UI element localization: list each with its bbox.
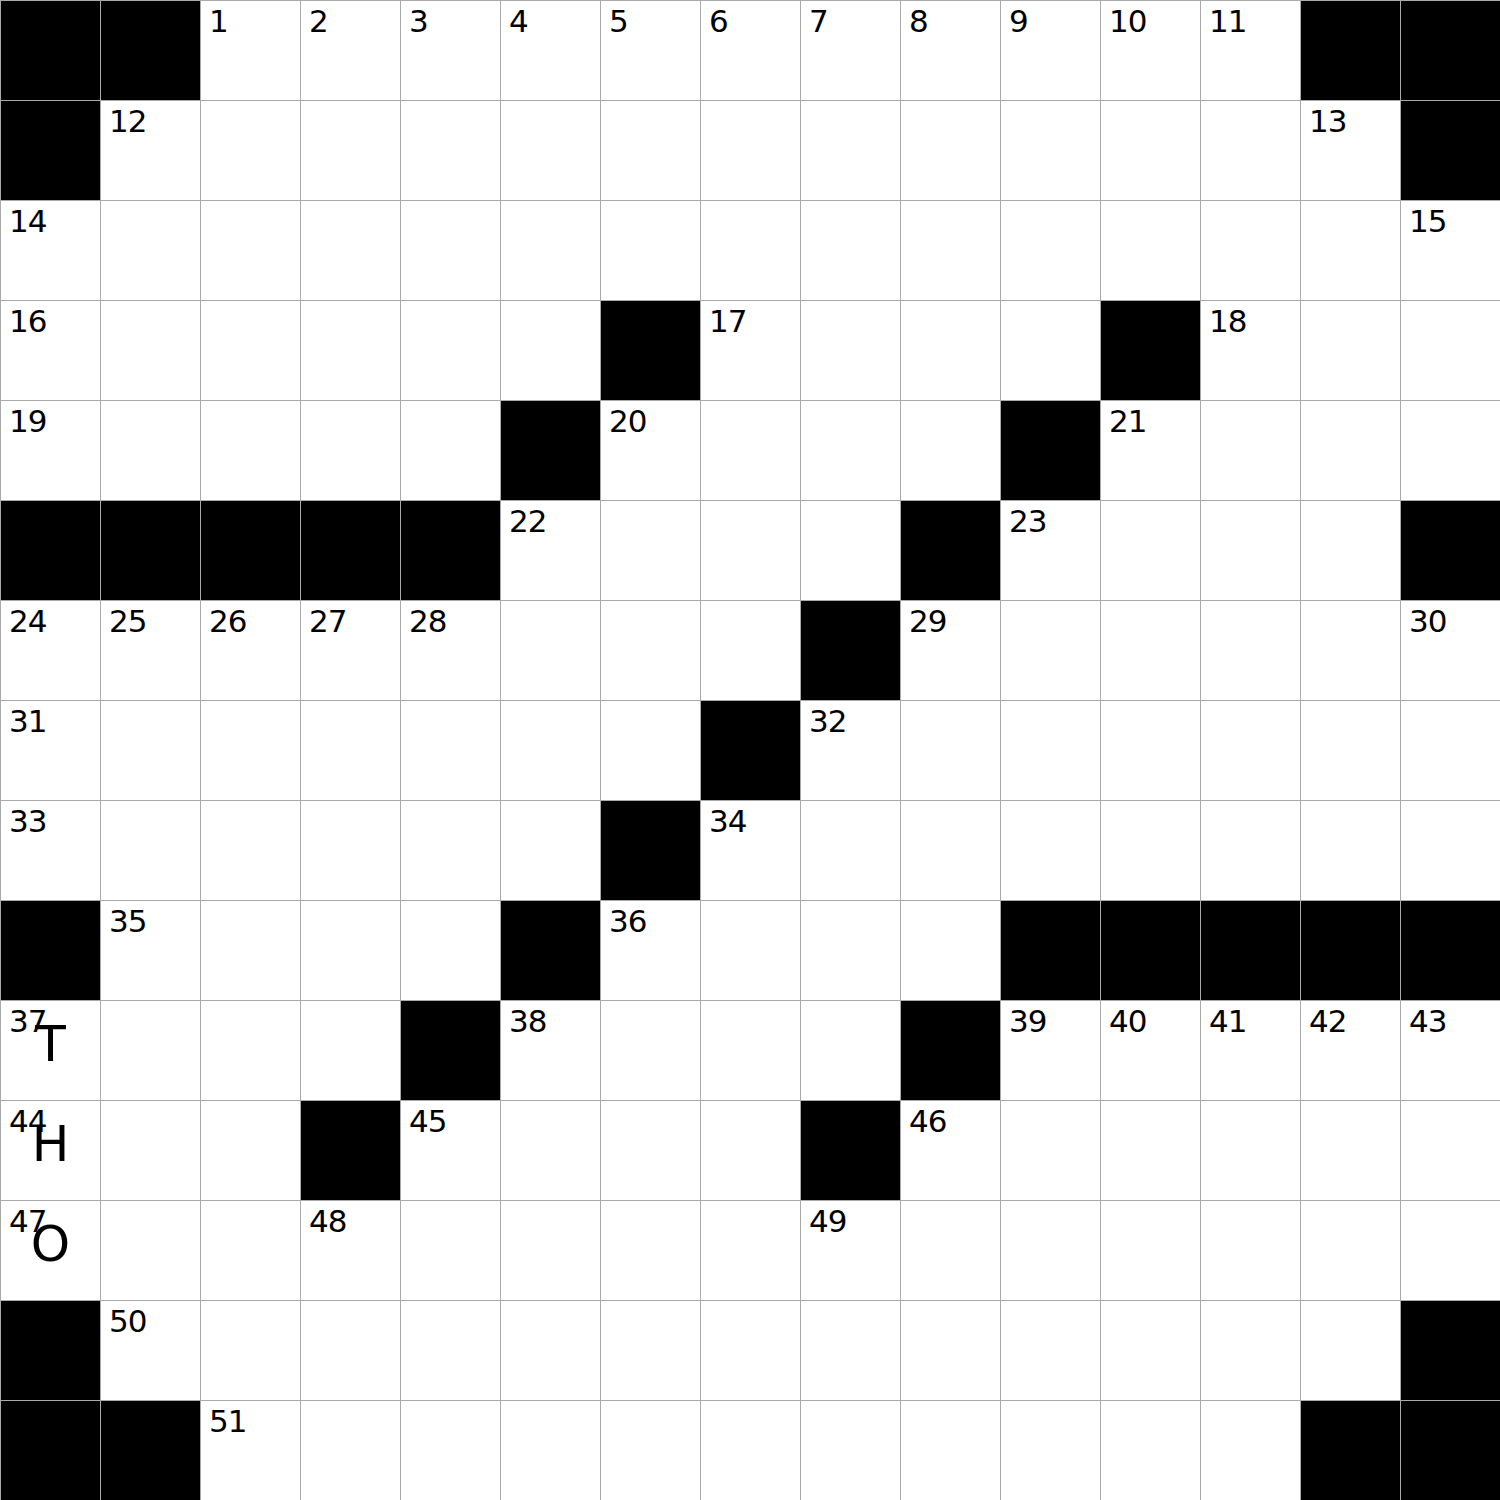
cell-r8c4[interactable] bbox=[301, 701, 401, 801]
cell-r7c15[interactable]: 30 bbox=[1401, 601, 1500, 701]
cell-r1c10[interactable]: 8 bbox=[901, 1, 1001, 101]
clue-number-28: 28 bbox=[409, 605, 446, 638]
black-cell-r6c10 bbox=[901, 501, 1001, 601]
cell-r1c4[interactable]: 2 bbox=[301, 1, 401, 101]
cell-r6c13[interactable] bbox=[1201, 501, 1301, 601]
cell-r15c5[interactable] bbox=[401, 1401, 501, 1500]
cell-r10c2[interactable]: 35 bbox=[101, 901, 201, 1001]
cell-r4c14[interactable] bbox=[1301, 301, 1401, 401]
cell-r8c14[interactable] bbox=[1301, 701, 1401, 801]
clue-number-35: 35 bbox=[109, 905, 146, 938]
cell-r8c10[interactable] bbox=[901, 701, 1001, 801]
black-cell-r8c8 bbox=[701, 701, 801, 801]
cell-r2c7[interactable] bbox=[601, 101, 701, 201]
black-cell-r10c15 bbox=[1401, 901, 1500, 1001]
cell-r2c13[interactable] bbox=[1201, 101, 1301, 201]
cell-r6c12[interactable] bbox=[1101, 501, 1201, 601]
cell-r10c9[interactable] bbox=[801, 901, 901, 1001]
cell-r13c3[interactable] bbox=[201, 1201, 301, 1301]
cell-r11c14[interactable]: 42 bbox=[1301, 1001, 1401, 1101]
cell-r2c14[interactable]: 13 bbox=[1301, 101, 1401, 201]
cell-r11c6[interactable]: 38 bbox=[501, 1001, 601, 1101]
cell-r1c11[interactable]: 9 bbox=[1001, 1, 1101, 101]
black-cell-r10c14 bbox=[1301, 901, 1401, 1001]
letter-r13c1: O bbox=[1, 1217, 100, 1272]
cell-r9c3[interactable] bbox=[201, 801, 301, 901]
cell-r8c12[interactable] bbox=[1101, 701, 1201, 801]
cell-r7c6[interactable] bbox=[501, 601, 601, 701]
cell-r6c9[interactable] bbox=[801, 501, 901, 601]
cell-r10c3[interactable] bbox=[201, 901, 301, 1001]
cell-r3c11[interactable] bbox=[1001, 201, 1101, 301]
clue-number-27: 27 bbox=[309, 605, 346, 638]
cell-r14c8[interactable] bbox=[701, 1301, 801, 1401]
cell-r7c2[interactable]: 25 bbox=[101, 601, 201, 701]
cell-r2c11[interactable] bbox=[1001, 101, 1101, 201]
letter-r12c1: H bbox=[1, 1117, 100, 1172]
cell-r5c15[interactable] bbox=[1401, 401, 1500, 501]
cell-r11c12[interactable]: 40 bbox=[1101, 1001, 1201, 1101]
cell-r9c8[interactable]: 34 bbox=[701, 801, 801, 901]
cell-r2c9[interactable] bbox=[801, 101, 901, 201]
cell-r11c7[interactable] bbox=[601, 1001, 701, 1101]
clue-number-22: 22 bbox=[509, 505, 546, 538]
clue-number-49: 49 bbox=[809, 1205, 846, 1238]
clue-number-26: 26 bbox=[209, 605, 246, 638]
cell-r13c12[interactable] bbox=[1101, 1201, 1201, 1301]
cell-r14c3[interactable] bbox=[201, 1301, 301, 1401]
cell-r2c8[interactable] bbox=[701, 101, 801, 201]
cell-r12c10[interactable]: 46 bbox=[901, 1101, 1001, 1201]
cell-r7c8[interactable] bbox=[701, 601, 801, 701]
clue-number-30: 30 bbox=[1409, 605, 1446, 638]
cell-r4c15[interactable] bbox=[1401, 301, 1500, 401]
cell-r4c11[interactable] bbox=[1001, 301, 1101, 401]
cell-r14c5[interactable] bbox=[401, 1301, 501, 1401]
black-cell-r6c15 bbox=[1401, 501, 1500, 601]
cell-r1c5[interactable]: 3 bbox=[401, 1, 501, 101]
black-cell-r4c12 bbox=[1101, 301, 1201, 401]
cell-r13c13[interactable] bbox=[1201, 1201, 1301, 1301]
cell-r9c15[interactable] bbox=[1401, 801, 1500, 901]
cell-r5c14[interactable] bbox=[1301, 401, 1401, 501]
clue-number-13: 13 bbox=[1309, 105, 1346, 138]
cell-r6c11[interactable]: 23 bbox=[1001, 501, 1101, 601]
cell-r7c11[interactable] bbox=[1001, 601, 1101, 701]
clue-number-3: 3 bbox=[409, 5, 428, 38]
cell-r5c12[interactable]: 21 bbox=[1101, 401, 1201, 501]
cell-r13c4[interactable]: 48 bbox=[301, 1201, 401, 1301]
clue-number-6: 6 bbox=[709, 5, 728, 38]
cell-r4c1[interactable]: 16 bbox=[1, 301, 101, 401]
cell-r10c7[interactable]: 36 bbox=[601, 901, 701, 1001]
cell-r12c13[interactable] bbox=[1201, 1101, 1301, 1201]
black-cell-r6c4 bbox=[301, 501, 401, 601]
cell-r3c10[interactable] bbox=[901, 201, 1001, 301]
cell-r13c11[interactable] bbox=[1001, 1201, 1101, 1301]
cell-r10c5[interactable] bbox=[401, 901, 501, 1001]
black-cell-r11c5 bbox=[401, 1001, 501, 1101]
cell-r10c4[interactable] bbox=[301, 901, 401, 1001]
cell-r1c7[interactable]: 5 bbox=[601, 1, 701, 101]
cell-r14c6[interactable] bbox=[501, 1301, 601, 1401]
clue-number-29: 29 bbox=[909, 605, 946, 638]
cell-r10c10[interactable] bbox=[901, 901, 1001, 1001]
black-cell-r12c9 bbox=[801, 1101, 901, 1201]
cell-r1c12[interactable]: 10 bbox=[1101, 1, 1201, 101]
cell-r5c9[interactable] bbox=[801, 401, 901, 501]
cell-r1c9[interactable]: 7 bbox=[801, 1, 901, 101]
cell-r1c6[interactable]: 4 bbox=[501, 1, 601, 101]
cell-r7c13[interactable] bbox=[1201, 601, 1301, 701]
cell-r12c7[interactable] bbox=[601, 1101, 701, 1201]
cell-r7c4[interactable]: 27 bbox=[301, 601, 401, 701]
cell-r15c6[interactable] bbox=[501, 1401, 601, 1500]
cell-r15c13[interactable] bbox=[1201, 1401, 1301, 1500]
clue-number-34: 34 bbox=[709, 805, 746, 838]
cell-r7c3[interactable]: 26 bbox=[201, 601, 301, 701]
cell-r3c1[interactable]: 14 bbox=[1, 201, 101, 301]
cell-r8c13[interactable] bbox=[1201, 701, 1301, 801]
clue-number-40: 40 bbox=[1109, 1005, 1146, 1038]
cell-r2c6[interactable] bbox=[501, 101, 601, 201]
cell-r15c4[interactable] bbox=[301, 1401, 401, 1500]
cell-r2c10[interactable] bbox=[901, 101, 1001, 201]
cell-r9c6[interactable] bbox=[501, 801, 601, 901]
clue-number-9: 9 bbox=[1009, 5, 1028, 38]
clue-number-41: 41 bbox=[1209, 1005, 1246, 1038]
clue-number-11: 11 bbox=[1209, 5, 1246, 38]
cell-r3c9[interactable] bbox=[801, 201, 901, 301]
cell-r8c15[interactable] bbox=[1401, 701, 1500, 801]
cell-r15c12[interactable] bbox=[1101, 1401, 1201, 1500]
black-cell-r15c15 bbox=[1401, 1401, 1500, 1500]
cell-r3c3[interactable] bbox=[201, 201, 301, 301]
cell-r5c7[interactable]: 20 bbox=[601, 401, 701, 501]
cell-r8c5[interactable] bbox=[401, 701, 501, 801]
black-cell-r6c1 bbox=[1, 501, 101, 601]
cell-r13c7[interactable] bbox=[601, 1201, 701, 1301]
cell-r5c8[interactable] bbox=[701, 401, 801, 501]
clue-number-45: 45 bbox=[409, 1105, 446, 1138]
clue-number-32: 32 bbox=[809, 705, 846, 738]
cell-r15c11[interactable] bbox=[1001, 1401, 1101, 1500]
clue-number-21: 21 bbox=[1109, 405, 1146, 438]
cell-r11c11[interactable]: 39 bbox=[1001, 1001, 1101, 1101]
black-cell-r10c13 bbox=[1201, 901, 1301, 1001]
cell-r11c4[interactable] bbox=[301, 1001, 401, 1101]
black-cell-r11c10 bbox=[901, 1001, 1001, 1101]
cell-r5c13[interactable] bbox=[1201, 401, 1301, 501]
black-cell-r5c6 bbox=[501, 401, 601, 501]
black-cell-r6c3 bbox=[201, 501, 301, 601]
cell-r2c2[interactable]: 12 bbox=[101, 101, 201, 201]
cell-r4c10[interactable] bbox=[901, 301, 1001, 401]
cell-r11c9[interactable] bbox=[801, 1001, 901, 1101]
cell-r7c14[interactable] bbox=[1301, 601, 1401, 701]
cell-r8c2[interactable] bbox=[101, 701, 201, 801]
clue-number-20: 20 bbox=[609, 405, 646, 438]
cell-r12c15[interactable] bbox=[1401, 1101, 1500, 1201]
clue-number-33: 33 bbox=[9, 805, 46, 838]
clue-number-36: 36 bbox=[609, 905, 646, 938]
clue-number-14: 14 bbox=[9, 205, 46, 238]
black-cell-r12c4 bbox=[301, 1101, 401, 1201]
cell-r4c4[interactable] bbox=[301, 301, 401, 401]
cell-r4c6[interactable] bbox=[501, 301, 601, 401]
cell-r3c8[interactable] bbox=[701, 201, 801, 301]
cell-r9c9[interactable] bbox=[801, 801, 901, 901]
cell-r14c11[interactable] bbox=[1001, 1301, 1101, 1401]
black-cell-r15c2 bbox=[101, 1401, 201, 1500]
cell-r3c5[interactable] bbox=[401, 201, 501, 301]
cell-r15c8[interactable] bbox=[701, 1401, 801, 1500]
clue-number-48: 48 bbox=[309, 1205, 346, 1238]
cell-r4c9[interactable] bbox=[801, 301, 901, 401]
clue-number-1: 1 bbox=[209, 5, 228, 38]
cell-r13c14[interactable] bbox=[1301, 1201, 1401, 1301]
black-cell-r1c2 bbox=[101, 1, 201, 101]
cell-r8c11[interactable] bbox=[1001, 701, 1101, 801]
cell-r12c5[interactable]: 45 bbox=[401, 1101, 501, 1201]
cell-r12c3[interactable] bbox=[201, 1101, 301, 1201]
cell-r12c6[interactable] bbox=[501, 1101, 601, 1201]
cell-r2c3[interactable] bbox=[201, 101, 301, 201]
cell-r11c8[interactable] bbox=[701, 1001, 801, 1101]
black-cell-r1c15 bbox=[1401, 1, 1500, 101]
cell-r4c8[interactable]: 17 bbox=[701, 301, 801, 401]
cell-r7c1[interactable]: 24 bbox=[1, 601, 101, 701]
black-cell-r14c15 bbox=[1401, 1301, 1500, 1401]
cell-r14c2[interactable]: 50 bbox=[101, 1301, 201, 1401]
cell-r2c5[interactable] bbox=[401, 101, 501, 201]
cell-r6c14[interactable] bbox=[1301, 501, 1401, 601]
crossword-grid: 1234567891011121314151617181920212223242… bbox=[0, 0, 1500, 1500]
clue-number-18: 18 bbox=[1209, 305, 1246, 338]
cell-r13c5[interactable] bbox=[401, 1201, 501, 1301]
cell-r13c15[interactable] bbox=[1401, 1201, 1500, 1301]
cell-r15c10[interactable] bbox=[901, 1401, 1001, 1500]
black-cell-r10c11 bbox=[1001, 901, 1101, 1001]
cell-r1c8[interactable]: 6 bbox=[701, 1, 801, 101]
cell-r12c11[interactable] bbox=[1001, 1101, 1101, 1201]
black-cell-r6c2 bbox=[101, 501, 201, 601]
cell-r15c9[interactable] bbox=[801, 1401, 901, 1500]
black-cell-r15c14 bbox=[1301, 1401, 1401, 1500]
clue-number-23: 23 bbox=[1009, 505, 1046, 538]
clue-number-46: 46 bbox=[909, 1105, 946, 1138]
cell-r12c14[interactable] bbox=[1301, 1101, 1401, 1201]
cell-r4c13[interactable]: 18 bbox=[1201, 301, 1301, 401]
cell-r11c1[interactable]: 37T bbox=[1, 1001, 101, 1101]
cell-r13c6[interactable] bbox=[501, 1201, 601, 1301]
black-cell-r5c11 bbox=[1001, 401, 1101, 501]
cell-r7c7[interactable] bbox=[601, 601, 701, 701]
cell-r3c2[interactable] bbox=[101, 201, 201, 301]
clue-number-2: 2 bbox=[309, 5, 328, 38]
cell-r14c9[interactable] bbox=[801, 1301, 901, 1401]
cell-r11c13[interactable]: 41 bbox=[1201, 1001, 1301, 1101]
black-cell-r1c1 bbox=[1, 1, 101, 101]
clue-number-42: 42 bbox=[1309, 1005, 1346, 1038]
black-cell-r4c7 bbox=[601, 301, 701, 401]
cell-r14c12[interactable] bbox=[1101, 1301, 1201, 1401]
cell-r14c7[interactable] bbox=[601, 1301, 701, 1401]
cell-r9c5[interactable] bbox=[401, 801, 501, 901]
cell-r12c8[interactable] bbox=[701, 1101, 801, 1201]
clue-number-16: 16 bbox=[9, 305, 46, 338]
cell-r15c3[interactable]: 51 bbox=[201, 1401, 301, 1500]
cell-r5c3[interactable] bbox=[201, 401, 301, 501]
clue-number-5: 5 bbox=[609, 5, 628, 38]
clue-number-43: 43 bbox=[1409, 1005, 1446, 1038]
cell-r9c4[interactable] bbox=[301, 801, 401, 901]
cell-r14c10[interactable] bbox=[901, 1301, 1001, 1401]
cell-r8c1[interactable]: 31 bbox=[1, 701, 101, 801]
cell-r8c7[interactable] bbox=[601, 701, 701, 801]
cell-r6c6[interactable]: 22 bbox=[501, 501, 601, 601]
cell-r9c1[interactable]: 33 bbox=[1, 801, 101, 901]
clue-number-24: 24 bbox=[9, 605, 46, 638]
black-cell-r6c5 bbox=[401, 501, 501, 601]
cell-r5c10[interactable] bbox=[901, 401, 1001, 501]
cell-r3c15[interactable]: 15 bbox=[1401, 201, 1500, 301]
clue-number-38: 38 bbox=[509, 1005, 546, 1038]
black-cell-r10c12 bbox=[1101, 901, 1201, 1001]
cell-r8c6[interactable] bbox=[501, 701, 601, 801]
clue-number-19: 19 bbox=[9, 405, 46, 438]
clue-number-12: 12 bbox=[109, 105, 146, 138]
clue-number-25: 25 bbox=[109, 605, 146, 638]
black-cell-r10c6 bbox=[501, 901, 601, 1001]
black-cell-r1c14 bbox=[1301, 1, 1401, 101]
cell-r7c10[interactable]: 29 bbox=[901, 601, 1001, 701]
cell-r13c2[interactable] bbox=[101, 1201, 201, 1301]
cell-r3c13[interactable] bbox=[1201, 201, 1301, 301]
cell-r3c12[interactable] bbox=[1101, 201, 1201, 301]
cell-r10c8[interactable] bbox=[701, 901, 801, 1001]
cell-r14c14[interactable] bbox=[1301, 1301, 1401, 1401]
cell-r11c2[interactable] bbox=[101, 1001, 201, 1101]
cell-r8c9[interactable]: 32 bbox=[801, 701, 901, 801]
clue-number-31: 31 bbox=[9, 705, 46, 738]
cell-r14c13[interactable] bbox=[1201, 1301, 1301, 1401]
black-cell-r2c1 bbox=[1, 101, 101, 201]
black-cell-r2c15 bbox=[1401, 101, 1500, 201]
clue-number-51: 51 bbox=[209, 1405, 246, 1438]
cell-r7c12[interactable] bbox=[1101, 601, 1201, 701]
clue-number-4: 4 bbox=[509, 5, 528, 38]
cell-r13c9[interactable]: 49 bbox=[801, 1201, 901, 1301]
black-cell-r14c1 bbox=[1, 1301, 101, 1401]
black-cell-r15c1 bbox=[1, 1401, 101, 1500]
cell-r14c4[interactable] bbox=[301, 1301, 401, 1401]
cell-r6c8[interactable] bbox=[701, 501, 801, 601]
clue-number-39: 39 bbox=[1009, 1005, 1046, 1038]
cell-r13c1[interactable]: 47O bbox=[1, 1201, 101, 1301]
cell-r3c4[interactable] bbox=[301, 201, 401, 301]
clue-number-50: 50 bbox=[109, 1305, 146, 1338]
cell-r12c2[interactable] bbox=[101, 1101, 201, 1201]
clue-number-17: 17 bbox=[709, 305, 746, 338]
cell-r2c4[interactable] bbox=[301, 101, 401, 201]
cell-r9c14[interactable] bbox=[1301, 801, 1401, 901]
cell-r4c5[interactable] bbox=[401, 301, 501, 401]
clue-number-10: 10 bbox=[1109, 5, 1146, 38]
cell-r9c13[interactable] bbox=[1201, 801, 1301, 901]
cell-r9c2[interactable] bbox=[101, 801, 201, 901]
cell-r15c7[interactable] bbox=[601, 1401, 701, 1500]
cell-r13c10[interactable] bbox=[901, 1201, 1001, 1301]
cell-r9c11[interactable] bbox=[1001, 801, 1101, 901]
cell-r6c7[interactable] bbox=[601, 501, 701, 601]
cell-r12c12[interactable] bbox=[1101, 1101, 1201, 1201]
clue-number-8: 8 bbox=[909, 5, 928, 38]
cell-r3c7[interactable] bbox=[601, 201, 701, 301]
cell-r1c13[interactable]: 11 bbox=[1201, 1, 1301, 101]
cell-r3c6[interactable] bbox=[501, 201, 601, 301]
cell-r8c3[interactable] bbox=[201, 701, 301, 801]
cell-r4c3[interactable] bbox=[201, 301, 301, 401]
cell-r5c4[interactable] bbox=[301, 401, 401, 501]
cell-r9c12[interactable] bbox=[1101, 801, 1201, 901]
black-cell-r7c9 bbox=[801, 601, 901, 701]
cell-r13c8[interactable] bbox=[701, 1201, 801, 1301]
black-cell-r9c7 bbox=[601, 801, 701, 901]
letter-r11c1: T bbox=[1, 1017, 100, 1072]
cell-r1c3[interactable]: 1 bbox=[201, 1, 301, 101]
cell-r4c2[interactable] bbox=[101, 301, 201, 401]
cell-r5c5[interactable] bbox=[401, 401, 501, 501]
cell-r11c3[interactable] bbox=[201, 1001, 301, 1101]
cell-r12c1[interactable]: 44H bbox=[1, 1101, 101, 1201]
cell-r7c5[interactable]: 28 bbox=[401, 601, 501, 701]
cell-r9c10[interactable] bbox=[901, 801, 1001, 901]
cell-r3c14[interactable] bbox=[1301, 201, 1401, 301]
cell-r5c2[interactable] bbox=[101, 401, 201, 501]
cell-r2c12[interactable] bbox=[1101, 101, 1201, 201]
black-cell-r10c1 bbox=[1, 901, 101, 1001]
cell-r5c1[interactable]: 19 bbox=[1, 401, 101, 501]
cell-r11c15[interactable]: 43 bbox=[1401, 1001, 1500, 1101]
clue-number-7: 7 bbox=[809, 5, 828, 38]
clue-number-15: 15 bbox=[1409, 205, 1446, 238]
